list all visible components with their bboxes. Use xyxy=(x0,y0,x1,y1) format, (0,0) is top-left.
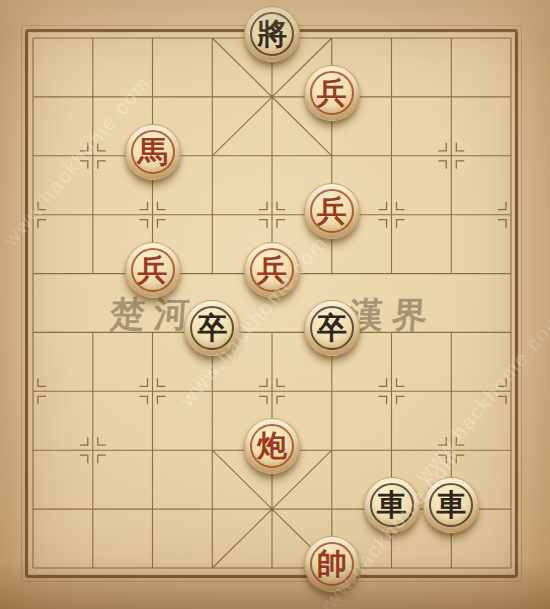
piece-character: 卒 xyxy=(317,313,347,343)
piece-black-chariot[interactable]: 車 xyxy=(364,477,420,533)
piece-character: 馬 xyxy=(138,137,168,167)
piece-character: 帥 xyxy=(317,549,347,579)
piece-character: 炮 xyxy=(257,431,287,461)
piece-red-soldier[interactable]: 兵 xyxy=(125,242,181,298)
piece-character: 車 xyxy=(436,490,466,520)
piece-black-chariot[interactable]: 車 xyxy=(423,477,479,533)
piece-black-general[interactable]: 將 xyxy=(244,6,300,62)
piece-character: 兵 xyxy=(257,255,287,285)
piece-red-soldier[interactable]: 兵 xyxy=(304,183,360,239)
piece-character: 兵 xyxy=(317,196,347,226)
piece-red-general[interactable]: 帥 xyxy=(304,536,360,592)
piece-character: 兵 xyxy=(138,255,168,285)
piece-character: 兵 xyxy=(317,78,347,108)
xiangqi-screenshot: 楚河 漢界 將兵馬兵兵兵卒卒炮車車帥 www.hackhome.com www.… xyxy=(0,0,550,609)
piece-character: 車 xyxy=(377,490,407,520)
piece-red-horse[interactable]: 馬 xyxy=(125,124,181,180)
piece-red-cannon[interactable]: 炮 xyxy=(244,418,300,474)
piece-red-soldier[interactable]: 兵 xyxy=(304,65,360,121)
piece-character: 將 xyxy=(257,19,287,49)
piece-red-soldier[interactable]: 兵 xyxy=(244,242,300,298)
piece-character: 卒 xyxy=(197,313,227,343)
piece-black-soldier[interactable]: 卒 xyxy=(304,300,360,356)
